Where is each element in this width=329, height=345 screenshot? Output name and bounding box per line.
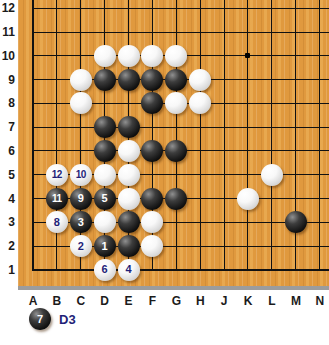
column-label-A: A: [21, 294, 45, 308]
white-stone: [94, 211, 116, 233]
board-point-E8[interactable]: [117, 92, 141, 116]
board-point-J1[interactable]: [212, 258, 236, 282]
board-point-H10[interactable]: [188, 44, 212, 68]
board-point-J3[interactable]: [212, 210, 236, 234]
board-point-A2[interactable]: [21, 234, 45, 258]
board-point-N8[interactable]: [308, 92, 329, 116]
board-point-L1[interactable]: [260, 258, 284, 282]
row-label-1: 1: [0, 262, 15, 278]
board-point-L3[interactable]: [260, 210, 284, 234]
column-label-N: N: [308, 294, 329, 308]
black-stone-move-11: 11: [46, 188, 68, 210]
board-point-L7[interactable]: [260, 115, 284, 139]
row-label-2: 2: [0, 238, 15, 254]
board-point-D3[interactable]: [93, 210, 117, 234]
row-label-10: 10: [0, 48, 15, 64]
column-label-G: G: [164, 294, 188, 308]
board-point-E4[interactable]: [117, 187, 141, 211]
black-stone: [141, 92, 163, 114]
board-point-C11[interactable]: [69, 20, 93, 44]
board-point-M4[interactable]: [284, 187, 308, 211]
board-point-G3[interactable]: [164, 210, 188, 234]
board-point-E2[interactable]: [117, 234, 141, 258]
row-label-6: 6: [0, 143, 15, 159]
board-point-H6[interactable]: [188, 139, 212, 163]
board-point-J8[interactable]: [212, 92, 236, 116]
board-point-G10[interactable]: [164, 44, 188, 68]
board-point-M11[interactable]: [284, 20, 308, 44]
column-label-H: H: [188, 294, 212, 308]
white-stone: [141, 45, 163, 67]
board-point-A11[interactable]: [21, 20, 45, 44]
caption-coordinate: D3: [59, 312, 76, 327]
board-point-K12[interactable]: [236, 0, 260, 20]
black-stone-move-9: 9: [70, 188, 92, 210]
board-point-H4[interactable]: [188, 187, 212, 211]
board-point-C5[interactable]: 10: [69, 163, 93, 187]
board-point-F1[interactable]: [140, 258, 164, 282]
board-point-N6[interactable]: [308, 139, 329, 163]
board-point-G1[interactable]: [164, 258, 188, 282]
column-label-E: E: [117, 294, 141, 308]
white-stone: [118, 164, 140, 186]
board-point-J11[interactable]: [212, 20, 236, 44]
board-point-J5[interactable]: [212, 163, 236, 187]
board-point-A6[interactable]: [21, 139, 45, 163]
board-point-D1[interactable]: 6: [93, 258, 117, 282]
board-point-E11[interactable]: [117, 20, 141, 44]
white-stone: [189, 92, 211, 114]
white-stone-move-8: 8: [46, 211, 68, 233]
column-label-M: M: [284, 294, 308, 308]
board-point-F11[interactable]: [140, 20, 164, 44]
row-label-5: 5: [0, 167, 15, 183]
white-stone-move-10: 10: [70, 164, 92, 186]
board-point-C4[interactable]: 9: [69, 187, 93, 211]
board-point-D5[interactable]: [93, 163, 117, 187]
black-stone-move-1: 1: [94, 235, 116, 257]
board-point-A10[interactable]: [21, 44, 45, 68]
board-point-A4[interactable]: [21, 187, 45, 211]
board-point-C1[interactable]: [69, 258, 93, 282]
board-point-F4[interactable]: [140, 187, 164, 211]
board-point-N4[interactable]: [308, 187, 329, 211]
caption: 7 D3: [29, 308, 76, 330]
board-point-B7[interactable]: [45, 115, 69, 139]
board-point-G9[interactable]: [164, 68, 188, 92]
board-point-L12[interactable]: [260, 0, 284, 20]
board-point-K4[interactable]: [236, 187, 260, 211]
black-stone: [285, 211, 307, 233]
column-label-L: L: [260, 294, 284, 308]
board-point-A3[interactable]: [21, 210, 45, 234]
board-point-M2[interactable]: [284, 234, 308, 258]
board-point-B10[interactable]: [45, 44, 69, 68]
board-point-F7[interactable]: [140, 115, 164, 139]
caption-move-number: 7: [37, 314, 43, 325]
board-point-B11[interactable]: [45, 20, 69, 44]
white-stone: [189, 69, 211, 91]
board-point-B8[interactable]: [45, 92, 69, 116]
board-point-A7[interactable]: [21, 115, 45, 139]
board-point-N9[interactable]: [308, 68, 329, 92]
board-point-G11[interactable]: [164, 20, 188, 44]
white-stone: [118, 188, 140, 210]
board-point-F5[interactable]: [140, 163, 164, 187]
board-point-D7[interactable]: [93, 115, 117, 139]
black-stone: [165, 140, 187, 162]
board-point-B4[interactable]: 11: [45, 187, 69, 211]
board-point-K10[interactable]: [236, 44, 260, 68]
board-point-L10[interactable]: [260, 44, 284, 68]
board-point-K9[interactable]: [236, 68, 260, 92]
board-point-K2[interactable]: [236, 234, 260, 258]
black-stone: [94, 140, 116, 162]
board-point-N11[interactable]: [308, 20, 329, 44]
board-point-B6[interactable]: [45, 139, 69, 163]
board-point-L8[interactable]: [260, 92, 284, 116]
board-point-N1[interactable]: [308, 258, 329, 282]
board-point-B1[interactable]: [45, 258, 69, 282]
column-label-F: F: [141, 294, 165, 308]
board-point-H3[interactable]: [188, 210, 212, 234]
white-stone: [118, 140, 140, 162]
board-point-J7[interactable]: [212, 115, 236, 139]
board-point-B5[interactable]: 12: [45, 163, 69, 187]
black-stone: [165, 69, 187, 91]
row-label-12: 12: [0, 0, 15, 16]
board-point-G2[interactable]: [164, 234, 188, 258]
board-point-N3[interactable]: [308, 210, 329, 234]
board-point-H7[interactable]: [188, 115, 212, 139]
board-point-L2[interactable]: [260, 234, 284, 258]
board-point-H9[interactable]: [188, 68, 212, 92]
board-point-A5[interactable]: [21, 163, 45, 187]
board-point-N10[interactable]: [308, 44, 329, 68]
board-point-D11[interactable]: [93, 20, 117, 44]
board-point-C8[interactable]: [69, 92, 93, 116]
board-point-H11[interactable]: [188, 20, 212, 44]
white-stone-move-6: 6: [94, 259, 116, 281]
board-point-C9[interactable]: [69, 68, 93, 92]
board-point-C3[interactable]: 3: [69, 210, 93, 234]
white-stone-move-2: 2: [70, 235, 92, 257]
board-point-A9[interactable]: [21, 68, 45, 92]
board-point-C6[interactable]: [69, 139, 93, 163]
board-point-M5[interactable]: [284, 163, 308, 187]
board-point-D8[interactable]: [93, 92, 117, 116]
row-label-7: 7: [0, 119, 15, 135]
board-point-E12[interactable]: [117, 0, 141, 20]
board-point-H1[interactable]: [188, 258, 212, 282]
board-point-A8[interactable]: [21, 92, 45, 116]
board-point-F12[interactable]: [140, 0, 164, 20]
black-stone-move-5: 5: [94, 188, 116, 210]
board-point-G6[interactable]: [164, 139, 188, 163]
board-point-K6[interactable]: [236, 139, 260, 163]
board-point-F6[interactable]: [140, 139, 164, 163]
black-stone: [141, 69, 163, 91]
board-point-M3[interactable]: [284, 210, 308, 234]
white-stone: [141, 211, 163, 233]
row-label-4: 4: [0, 191, 15, 207]
board-point-M9[interactable]: [284, 68, 308, 92]
board-point-F10[interactable]: [140, 44, 164, 68]
board-point-B2[interactable]: [45, 234, 69, 258]
white-stone: [165, 92, 187, 114]
board-point-F3[interactable]: [140, 210, 164, 234]
white-stone: [94, 45, 116, 67]
board-point-B3[interactable]: 8: [45, 210, 69, 234]
black-stone: [141, 140, 163, 162]
board-point-M12[interactable]: [284, 0, 308, 20]
black-stone: [118, 116, 140, 138]
board-point-C2[interactable]: 2: [69, 234, 93, 258]
board-point-L4[interactable]: [260, 187, 284, 211]
board-point-A1[interactable]: [21, 258, 45, 282]
board-point-K1[interactable]: [236, 258, 260, 282]
black-stone: [118, 235, 140, 257]
board-point-K3[interactable]: [236, 210, 260, 234]
board-grid: 12101195832164: [21, 0, 329, 282]
go-diagram: 12101195832164 121110987654321 ABCDEFGHJ…: [0, 0, 329, 345]
black-stone: [94, 116, 116, 138]
board-point-J2[interactable]: [212, 234, 236, 258]
white-stone-move-4: 4: [118, 259, 140, 281]
white-stone: [141, 235, 163, 257]
board-point-E5[interactable]: [117, 163, 141, 187]
board-point-J4[interactable]: [212, 187, 236, 211]
board-point-E9[interactable]: [117, 68, 141, 92]
black-stone-move-3: 3: [70, 211, 92, 233]
board-point-K8[interactable]: [236, 92, 260, 116]
board-point-K11[interactable]: [236, 20, 260, 44]
board-point-M6[interactable]: [284, 139, 308, 163]
column-label-B: B: [45, 294, 69, 308]
board-point-D4[interactable]: 5: [93, 187, 117, 211]
white-stone: [94, 164, 116, 186]
board-point-K5[interactable]: [236, 163, 260, 187]
board-point-B9[interactable]: [45, 68, 69, 92]
white-stone: [165, 45, 187, 67]
board-point-N2[interactable]: [308, 234, 329, 258]
board-point-E1[interactable]: 4: [117, 258, 141, 282]
board-point-H2[interactable]: [188, 234, 212, 258]
board-point-G12[interactable]: [164, 0, 188, 20]
white-stone: [118, 45, 140, 67]
board-point-D6[interactable]: [93, 139, 117, 163]
black-stone: [118, 211, 140, 233]
board-point-F9[interactable]: [140, 68, 164, 92]
column-label-D: D: [93, 294, 117, 308]
column-label-C: C: [69, 294, 93, 308]
board-edge-shadow: [18, 286, 329, 290]
board-point-L6[interactable]: [260, 139, 284, 163]
go-board: 12101195832164: [18, 0, 329, 286]
board-point-D2[interactable]: 1: [93, 234, 117, 258]
row-label-9: 9: [0, 72, 15, 88]
board-point-N12[interactable]: [308, 0, 329, 20]
board-point-E7[interactable]: [117, 115, 141, 139]
board-point-G7[interactable]: [164, 115, 188, 139]
black-stone: [118, 69, 140, 91]
board-point-E6[interactable]: [117, 139, 141, 163]
board-point-F2[interactable]: [140, 234, 164, 258]
board-point-G5[interactable]: [164, 163, 188, 187]
board-point-J10[interactable]: [212, 44, 236, 68]
board-point-H8[interactable]: [188, 92, 212, 116]
board-point-A12[interactable]: [21, 0, 45, 20]
white-stone: [70, 69, 92, 91]
row-label-8: 8: [0, 95, 15, 111]
column-label-K: K: [236, 294, 260, 308]
board-point-M7[interactable]: [284, 115, 308, 139]
white-stone: [70, 92, 92, 114]
board-point-L5[interactable]: [260, 163, 284, 187]
board-point-G8[interactable]: [164, 92, 188, 116]
board-point-E10[interactable]: [117, 44, 141, 68]
black-stone: [94, 69, 116, 91]
white-stone: [237, 188, 259, 210]
board-point-C7[interactable]: [69, 115, 93, 139]
board-point-D12[interactable]: [93, 0, 117, 20]
column-label-J: J: [212, 294, 236, 308]
board-point-J12[interactable]: [212, 0, 236, 20]
board-point-L11[interactable]: [260, 20, 284, 44]
board-point-L9[interactable]: [260, 68, 284, 92]
caption-move-stone: 7: [29, 308, 51, 330]
board-point-D9[interactable]: [93, 68, 117, 92]
board-point-E3[interactable]: [117, 210, 141, 234]
row-label-3: 3: [0, 214, 15, 230]
board-point-G4[interactable]: [164, 187, 188, 211]
board-point-F8[interactable]: [140, 92, 164, 116]
black-stone: [165, 188, 187, 210]
board-point-B12[interactable]: [45, 0, 69, 20]
board-point-C10[interactable]: [69, 44, 93, 68]
board-point-C12[interactable]: [69, 0, 93, 20]
board-point-H5[interactable]: [188, 163, 212, 187]
white-stone-move-12: 12: [46, 164, 68, 186]
star-point: [245, 53, 250, 58]
board-point-M8[interactable]: [284, 92, 308, 116]
board-point-D10[interactable]: [93, 44, 117, 68]
board-point-K7[interactable]: [236, 115, 260, 139]
board-point-J9[interactable]: [212, 68, 236, 92]
board-point-H12[interactable]: [188, 0, 212, 20]
row-label-11: 11: [0, 24, 15, 40]
board-point-M1[interactable]: [284, 258, 308, 282]
board-point-N7[interactable]: [308, 115, 329, 139]
board-point-N5[interactable]: [308, 163, 329, 187]
board-point-M10[interactable]: [284, 44, 308, 68]
black-stone: [141, 188, 163, 210]
board-point-J6[interactable]: [212, 139, 236, 163]
white-stone: [261, 164, 283, 186]
